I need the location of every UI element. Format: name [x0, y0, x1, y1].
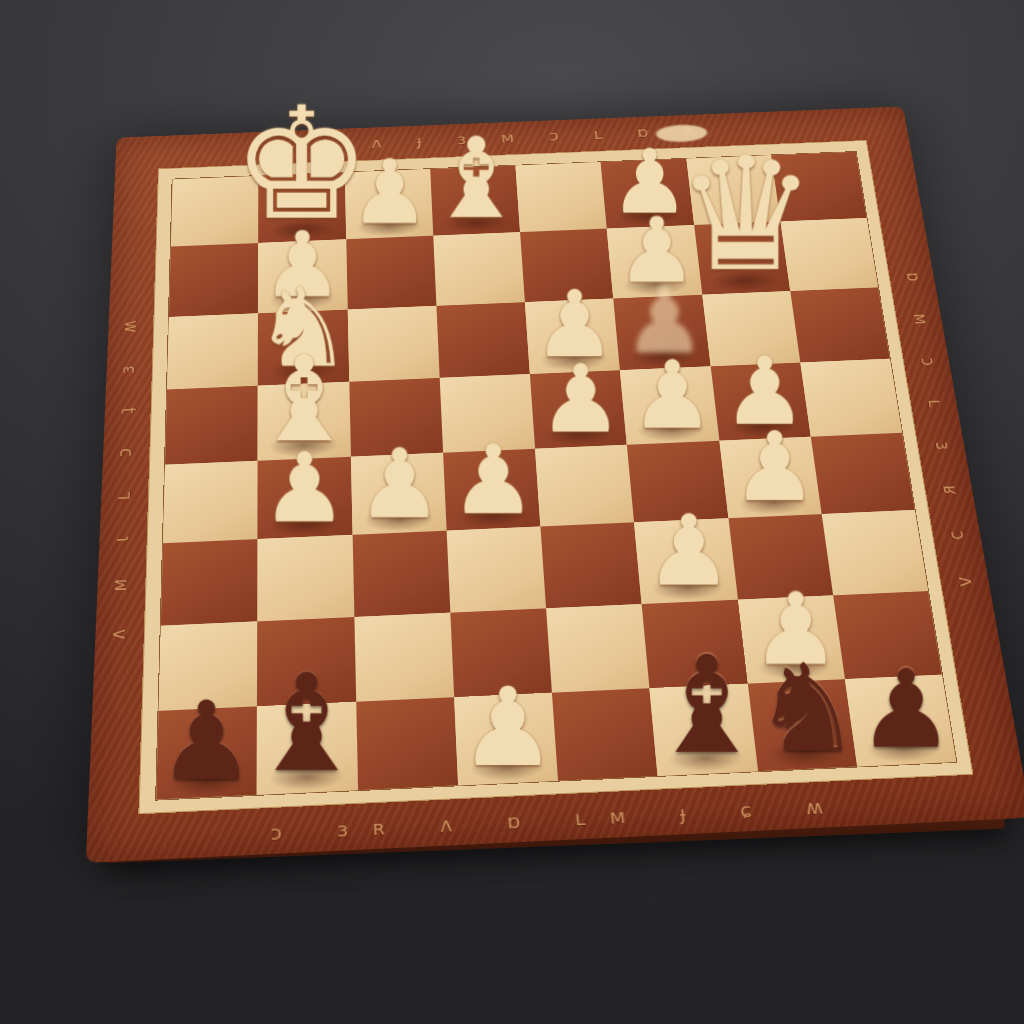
- square-c3[interactable]: [352, 531, 450, 617]
- white-pawn[interactable]: ♟: [646, 505, 734, 598]
- square-e5[interactable]: ♟: [530, 370, 627, 449]
- square-b1[interactable]: ♝: [257, 702, 358, 795]
- square-d1[interactable]: ♟: [454, 692, 558, 785]
- black-knight[interactable]: ♞: [752, 650, 861, 765]
- black-bishop[interactable]: ♝: [647, 642, 767, 770]
- white-pawn[interactable]: ♟: [356, 438, 442, 529]
- square-f5[interactable]: ♟: [620, 366, 719, 445]
- black-pawn[interactable]: ♟: [158, 690, 256, 793]
- white-pawn[interactable]: ♟: [539, 354, 623, 443]
- board-grid: ♚♟♝♟♟♟♛♞♟♟♝♟♟♟♟♟♟♟♟♟♟♝♟♝♞♟: [155, 151, 957, 801]
- square-b3[interactable]: [257, 535, 353, 621]
- square-a7[interactable]: [169, 243, 258, 317]
- square-e2[interactable]: [546, 604, 650, 693]
- chess-board: ʌ ɟ ɜ ᴍ ɔ ʟ ɒ ʀ ɔ ɜʀ ʌ ɒ ʟᴍ ɟ ɕ ʍ ʌ ᴍ ɩ …: [86, 106, 1024, 862]
- board-margin: ♚♟♝♟♟♟♛♞♟♟♝♟♟♟♟♟♟♟♟♟♟♝♟♝♞♟: [138, 140, 973, 814]
- square-c7[interactable]: [346, 236, 436, 309]
- square-e4[interactable]: [535, 445, 634, 527]
- square-f3[interactable]: ♟: [634, 518, 737, 603]
- square-d8[interactable]: ♝: [430, 166, 520, 236]
- square-a5[interactable]: [165, 385, 258, 464]
- square-a3[interactable]: [161, 539, 258, 625]
- square-c6[interactable]: [347, 305, 439, 381]
- square-e8[interactable]: [515, 162, 607, 232]
- square-d7[interactable]: [433, 232, 525, 305]
- square-c1[interactable]: [356, 697, 458, 790]
- square-g7[interactable]: ♛: [694, 222, 790, 295]
- square-d3[interactable]: [446, 527, 546, 613]
- perspective-scene: ʌ ɟ ɜ ᴍ ɔ ʟ ɒ ʀ ɔ ɜʀ ʌ ɒ ʟᴍ ɟ ɕ ʍ ʌ ᴍ ɩ …: [0, 0, 1024, 1024]
- square-b4[interactable]: ♟: [258, 457, 352, 539]
- square-h4[interactable]: [811, 433, 915, 514]
- square-f1[interactable]: ♝: [650, 683, 758, 776]
- black-bishop[interactable]: ♝: [247, 660, 368, 788]
- white-pawn[interactable]: ♟: [731, 422, 817, 513]
- square-a6[interactable]: [167, 313, 258, 389]
- square-a1[interactable]: ♟: [156, 706, 257, 800]
- white-bishop[interactable]: ♝: [426, 125, 526, 231]
- square-c2[interactable]: [354, 612, 454, 701]
- white-pawn[interactable]: ♟: [450, 434, 536, 525]
- frame-carving-left: ʌ ᴍ ɩ ʟ ɔ ʇ ɜ ʍ: [100, 201, 143, 773]
- white-pawn[interactable]: ♟: [459, 676, 556, 779]
- square-c4[interactable]: ♟: [350, 453, 446, 535]
- square-d4[interactable]: ♟: [443, 449, 541, 531]
- square-a4[interactable]: [163, 461, 258, 544]
- black-pawn[interactable]: ♟: [858, 658, 955, 761]
- white-pawn[interactable]: ♟: [262, 442, 348, 533]
- square-g4[interactable]: ♟: [719, 437, 822, 519]
- square-d6[interactable]: [436, 302, 530, 378]
- square-e1[interactable]: [552, 688, 658, 781]
- square-e3[interactable]: [540, 523, 641, 608]
- photo-stage: ʌ ɟ ɜ ᴍ ɔ ʟ ɒ ʀ ɔ ɜʀ ʌ ɒ ʟᴍ ɟ ɕ ʍ ʌ ᴍ ɩ …: [0, 0, 1024, 1024]
- white-pawn[interactable]: ♟: [631, 350, 715, 439]
